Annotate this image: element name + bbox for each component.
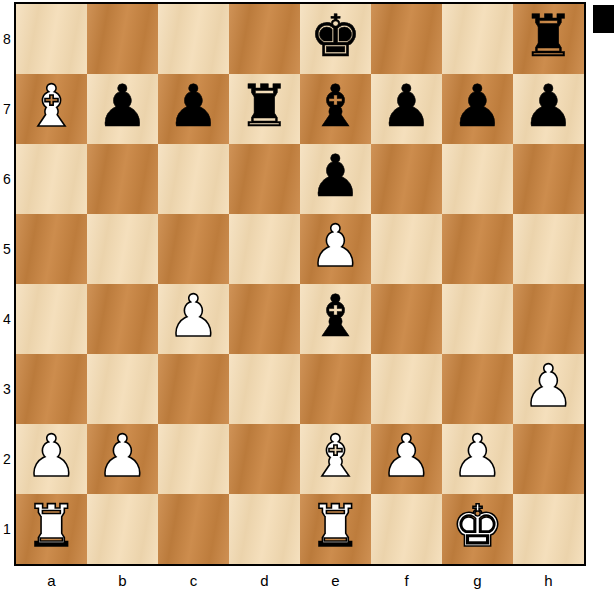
square-a1[interactable]: ♜: [16, 494, 87, 564]
white-pawn-h3[interactable]: ♟: [523, 357, 575, 415]
black-pawn-b7[interactable]: ♟: [97, 77, 149, 135]
side-to-move-indicator: [593, 5, 614, 33]
square-d6[interactable]: [229, 144, 300, 214]
square-f1[interactable]: [371, 494, 442, 564]
square-h3[interactable]: ♟: [513, 354, 584, 424]
square-d3[interactable]: [229, 354, 300, 424]
square-d1[interactable]: [229, 494, 300, 564]
rank-label-4: 4: [0, 284, 14, 354]
square-a8[interactable]: [16, 4, 87, 74]
file-label-b: b: [87, 567, 158, 593]
square-f3[interactable]: [371, 354, 442, 424]
black-rook-d7[interactable]: ♜: [239, 77, 291, 135]
square-b8[interactable]: [87, 4, 158, 74]
square-c3[interactable]: [158, 354, 229, 424]
rank-label-7: 7: [0, 74, 14, 144]
square-f2[interactable]: ♟: [371, 424, 442, 494]
square-f8[interactable]: [371, 4, 442, 74]
square-d7[interactable]: ♜: [229, 74, 300, 144]
board: ♚♜♝♟♟♜♝♟♟♟♟♟♟♝♟♟♟♝♟♟♜♜♚: [14, 2, 586, 566]
black-bishop-e7[interactable]: ♝: [310, 77, 362, 135]
square-g6[interactable]: [442, 144, 513, 214]
white-bishop-a7[interactable]: ♝: [26, 77, 78, 135]
square-h4[interactable]: [513, 284, 584, 354]
square-b2[interactable]: ♟: [87, 424, 158, 494]
black-pawn-g7[interactable]: ♟: [452, 77, 504, 135]
square-a7[interactable]: ♝: [16, 74, 87, 144]
white-pawn-b2[interactable]: ♟: [97, 427, 149, 485]
square-b5[interactable]: [87, 214, 158, 284]
white-pawn-a2[interactable]: ♟: [26, 427, 78, 485]
square-c4[interactable]: ♟: [158, 284, 229, 354]
file-label-h: h: [513, 567, 584, 593]
square-c2[interactable]: [158, 424, 229, 494]
white-rook-e1[interactable]: ♜: [310, 497, 362, 555]
square-c7[interactable]: ♟: [158, 74, 229, 144]
square-f4[interactable]: [371, 284, 442, 354]
rank-label-8: 8: [0, 4, 14, 74]
black-pawn-h7[interactable]: ♟: [523, 77, 575, 135]
square-h8[interactable]: ♜: [513, 4, 584, 74]
square-f5[interactable]: [371, 214, 442, 284]
square-b3[interactable]: [87, 354, 158, 424]
square-e7[interactable]: ♝: [300, 74, 371, 144]
file-label-f: f: [371, 567, 442, 593]
white-pawn-c4[interactable]: ♟: [168, 287, 220, 345]
file-label-e: e: [300, 567, 371, 593]
square-g1[interactable]: ♚: [442, 494, 513, 564]
square-c1[interactable]: [158, 494, 229, 564]
black-pawn-f7[interactable]: ♟: [381, 77, 433, 135]
white-king-g1[interactable]: ♚: [452, 497, 504, 555]
square-f6[interactable]: [371, 144, 442, 214]
square-b6[interactable]: [87, 144, 158, 214]
white-bishop-e2[interactable]: ♝: [310, 427, 362, 485]
white-pawn-e5[interactable]: ♟: [310, 217, 362, 275]
square-h7[interactable]: ♟: [513, 74, 584, 144]
square-d2[interactable]: [229, 424, 300, 494]
black-bishop-e4[interactable]: ♝: [310, 287, 362, 345]
square-e1[interactable]: ♜: [300, 494, 371, 564]
file-label-c: c: [158, 567, 229, 593]
square-e4[interactable]: ♝: [300, 284, 371, 354]
file-labels: abcdefgh: [16, 567, 584, 593]
white-pawn-f2[interactable]: ♟: [381, 427, 433, 485]
square-h2[interactable]: [513, 424, 584, 494]
square-a5[interactable]: [16, 214, 87, 284]
square-e5[interactable]: ♟: [300, 214, 371, 284]
black-king-e8[interactable]: ♚: [310, 7, 362, 65]
square-g7[interactable]: ♟: [442, 74, 513, 144]
square-e3[interactable]: [300, 354, 371, 424]
rank-label-1: 1: [0, 494, 14, 564]
rank-label-5: 5: [0, 214, 14, 284]
square-g2[interactable]: ♟: [442, 424, 513, 494]
square-a3[interactable]: [16, 354, 87, 424]
square-g8[interactable]: [442, 4, 513, 74]
square-a6[interactable]: [16, 144, 87, 214]
file-label-d: d: [229, 567, 300, 593]
file-label-a: a: [16, 567, 87, 593]
square-e8[interactable]: ♚: [300, 4, 371, 74]
square-b7[interactable]: ♟: [87, 74, 158, 144]
square-h5[interactable]: [513, 214, 584, 284]
rank-label-6: 6: [0, 144, 14, 214]
square-b1[interactable]: [87, 494, 158, 564]
square-f7[interactable]: ♟: [371, 74, 442, 144]
square-d5[interactable]: [229, 214, 300, 284]
square-c5[interactable]: [158, 214, 229, 284]
square-c8[interactable]: [158, 4, 229, 74]
square-g4[interactable]: [442, 284, 513, 354]
rank-label-2: 2: [0, 424, 14, 494]
white-rook-a1[interactable]: ♜: [26, 497, 78, 555]
black-pawn-e6[interactable]: ♟: [310, 147, 362, 205]
rank-label-3: 3: [0, 354, 14, 424]
square-c6[interactable]: [158, 144, 229, 214]
square-g3[interactable]: [442, 354, 513, 424]
black-pawn-c7[interactable]: ♟: [168, 77, 220, 135]
square-a4[interactable]: [16, 284, 87, 354]
square-h1[interactable]: [513, 494, 584, 564]
square-h6[interactable]: [513, 144, 584, 214]
square-g5[interactable]: [442, 214, 513, 284]
square-d4[interactable]: [229, 284, 300, 354]
square-d8[interactable]: [229, 4, 300, 74]
square-e6[interactable]: ♟: [300, 144, 371, 214]
chess-page: 87654321 ♚♜♝♟♟♜♝♟♟♟♟♟♟♝♟♟♟♝♟♟♜♜♚ abcdefg…: [0, 0, 614, 595]
rank-labels: 87654321: [0, 4, 14, 564]
black-rook-h8[interactable]: ♜: [523, 7, 575, 65]
square-e2[interactable]: ♝: [300, 424, 371, 494]
file-label-g: g: [442, 567, 513, 593]
square-b4[interactable]: [87, 284, 158, 354]
square-a2[interactable]: ♟: [16, 424, 87, 494]
white-pawn-g2[interactable]: ♟: [452, 427, 504, 485]
